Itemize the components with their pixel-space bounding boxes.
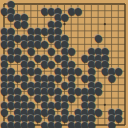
hoshi-point xyxy=(63,23,65,25)
hoshi-point xyxy=(63,63,65,65)
hoshi-point xyxy=(23,104,25,106)
hoshi-point xyxy=(104,104,106,106)
hoshi-point xyxy=(104,23,106,25)
hoshi-point xyxy=(23,23,25,25)
hoshi-point xyxy=(23,63,25,65)
go-grid-lines xyxy=(0,0,128,128)
hoshi-point xyxy=(104,63,106,65)
hoshi-point xyxy=(63,104,65,106)
go-board[interactable]: ●●●●●●●●●●●●●●●●●●●●●●●●●●●●●●●●●●●●●●●●… xyxy=(0,0,128,128)
